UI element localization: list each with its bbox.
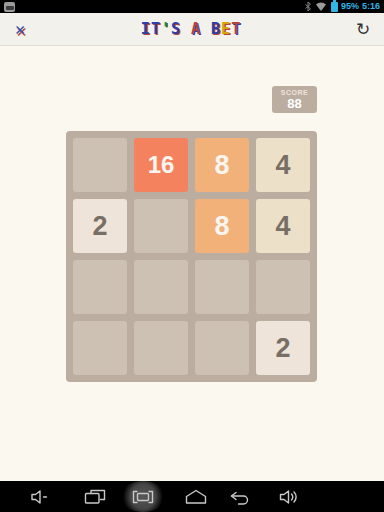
empty-cell bbox=[195, 260, 249, 314]
home-button[interactable] bbox=[173, 481, 219, 512]
title-letter: E bbox=[221, 20, 231, 38]
bluetooth-icon bbox=[304, 1, 312, 12]
tile-4: 4 bbox=[256, 199, 310, 253]
wifi-icon bbox=[315, 1, 327, 12]
status-bar: 95% 5:16 bbox=[0, 0, 384, 13]
score-value: 88 bbox=[287, 97, 301, 111]
empty-cell bbox=[134, 199, 188, 253]
title-letter: B bbox=[211, 20, 221, 38]
volume-up-button[interactable] bbox=[267, 481, 313, 512]
empty-cell bbox=[256, 260, 310, 314]
volume-down-button[interactable] bbox=[17, 481, 63, 512]
title-letter: A bbox=[191, 20, 201, 38]
title-letter: ' bbox=[161, 20, 171, 38]
empty-cell bbox=[73, 260, 127, 314]
battery-icon bbox=[331, 2, 338, 12]
screenshot-notification-icon bbox=[4, 2, 15, 12]
title-letter bbox=[201, 20, 211, 38]
empty-cell bbox=[195, 321, 249, 375]
tile-2: 2 bbox=[256, 321, 310, 375]
empty-cell bbox=[134, 321, 188, 375]
score-badge: SCORE 88 bbox=[272, 86, 317, 113]
empty-cell bbox=[73, 138, 127, 192]
action-bar: ✕ IT'S A BET ↻ bbox=[0, 13, 384, 46]
back-button[interactable] bbox=[217, 481, 263, 512]
tile-16: 16 bbox=[134, 138, 188, 192]
tile-8: 8 bbox=[195, 138, 249, 192]
empty-cell bbox=[73, 321, 127, 375]
volume-up-icon bbox=[278, 489, 302, 505]
empty-cell bbox=[134, 260, 188, 314]
nav-bar bbox=[0, 481, 384, 512]
tile-4: 4 bbox=[256, 138, 310, 192]
back-icon bbox=[229, 489, 251, 505]
title-letter: I bbox=[141, 20, 151, 38]
recent-apps-button[interactable] bbox=[72, 481, 118, 512]
tile-2: 2 bbox=[73, 199, 127, 253]
close-button[interactable]: ✕ bbox=[0, 19, 40, 39]
title-letter: S bbox=[171, 20, 181, 38]
clock: 5:16 bbox=[362, 0, 380, 13]
recent-apps-icon bbox=[84, 489, 106, 505]
screenshot-button[interactable] bbox=[120, 481, 166, 512]
screen: 95% 5:16 ✕ IT'S A BET ↻ SCORE 88 1684284… bbox=[0, 0, 384, 512]
app-title: IT'S A BET bbox=[40, 20, 342, 38]
tile-8: 8 bbox=[195, 199, 249, 253]
game-area: SCORE 88 16842842 bbox=[0, 47, 384, 481]
title-letter: T bbox=[231, 20, 241, 38]
board[interactable]: 16842842 bbox=[66, 131, 317, 382]
title-letter: T bbox=[151, 20, 161, 38]
home-icon bbox=[184, 489, 208, 505]
title-letter bbox=[181, 20, 191, 38]
refresh-button[interactable]: ↻ bbox=[342, 13, 384, 46]
battery-percent: 95% bbox=[341, 0, 359, 13]
screenshot-icon bbox=[131, 489, 155, 505]
volume-down-icon bbox=[29, 489, 51, 505]
